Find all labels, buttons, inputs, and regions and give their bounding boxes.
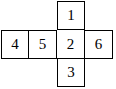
net-cell-empty-r0c0	[1, 1, 29, 30]
net-cell-empty-r0c3	[85, 1, 113, 30]
net-cell-empty-r2c1	[29, 59, 57, 87]
net-cell-face-2: 2	[57, 30, 85, 59]
net-cell-face-5: 5	[29, 30, 57, 59]
net-cell-face-6: 6	[85, 30, 113, 59]
net-cell-empty-r0c1	[29, 1, 57, 30]
net-cell-face-4: 4	[1, 30, 29, 59]
net-cell-face-3: 3	[57, 59, 85, 87]
net-cell-empty-r2c3	[85, 59, 113, 87]
cube-net-grid: 145263	[1, 1, 115, 88]
net-cell-empty-r2c0	[1, 59, 29, 87]
net-cell-face-1: 1	[57, 1, 85, 30]
